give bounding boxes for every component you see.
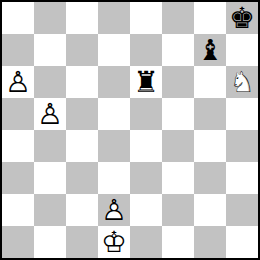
square-e8[interactable] <box>130 2 162 34</box>
square-b7[interactable] <box>34 34 66 66</box>
square-g3[interactable] <box>194 162 226 194</box>
piece-white-pawn-b5: ♙ <box>34 98 66 130</box>
square-e3[interactable] <box>130 162 162 194</box>
square-d7[interactable] <box>98 34 130 66</box>
square-d3[interactable] <box>98 162 130 194</box>
square-d6[interactable] <box>98 66 130 98</box>
square-g4[interactable] <box>194 130 226 162</box>
piece-white-pawn-a6: ♙ <box>2 66 34 98</box>
square-c7[interactable] <box>66 34 98 66</box>
chess-board: ♚♝♟♙♜♞♘♟♙♟♙♚♔ <box>0 0 260 260</box>
square-c2[interactable] <box>66 194 98 226</box>
square-b5[interactable]: ♟♙ <box>34 98 66 130</box>
piece-white-king-d1-fill: ♚ <box>98 226 130 258</box>
square-h4[interactable] <box>226 130 258 162</box>
square-a7[interactable] <box>2 34 34 66</box>
piece-black-rook-e6: ♜ <box>130 66 162 98</box>
square-c1[interactable] <box>66 226 98 258</box>
square-a5[interactable] <box>2 98 34 130</box>
square-e4[interactable] <box>130 130 162 162</box>
square-a6[interactable]: ♟♙ <box>2 66 34 98</box>
piece-white-pawn-a6-fill: ♟ <box>2 66 34 98</box>
square-d1[interactable]: ♚♔ <box>98 226 130 258</box>
square-g2[interactable] <box>194 194 226 226</box>
square-f8[interactable] <box>162 2 194 34</box>
piece-black-king-h8: ♚ <box>226 2 258 34</box>
square-c3[interactable] <box>66 162 98 194</box>
square-d4[interactable] <box>98 130 130 162</box>
piece-white-knight-h6: ♘ <box>226 66 258 98</box>
square-f4[interactable] <box>162 130 194 162</box>
square-b2[interactable] <box>34 194 66 226</box>
square-a1[interactable] <box>2 226 34 258</box>
square-d5[interactable] <box>98 98 130 130</box>
square-g7[interactable]: ♝ <box>194 34 226 66</box>
square-b8[interactable] <box>34 2 66 34</box>
square-f1[interactable] <box>162 226 194 258</box>
piece-white-knight-h6-fill: ♞ <box>226 66 258 98</box>
square-f7[interactable] <box>162 34 194 66</box>
square-b1[interactable] <box>34 226 66 258</box>
square-g1[interactable] <box>194 226 226 258</box>
square-a4[interactable] <box>2 130 34 162</box>
square-h1[interactable] <box>226 226 258 258</box>
square-g8[interactable] <box>194 2 226 34</box>
square-c6[interactable] <box>66 66 98 98</box>
square-h8[interactable]: ♚ <box>226 2 258 34</box>
square-h3[interactable] <box>226 162 258 194</box>
square-a2[interactable] <box>2 194 34 226</box>
square-c4[interactable] <box>66 130 98 162</box>
square-h5[interactable] <box>226 98 258 130</box>
square-e7[interactable] <box>130 34 162 66</box>
square-g5[interactable] <box>194 98 226 130</box>
piece-black-bishop-g7: ♝ <box>194 34 226 66</box>
board-grid: ♚♝♟♙♜♞♘♟♙♟♙♚♔ <box>2 2 258 258</box>
piece-white-king-d1: ♔ <box>98 226 130 258</box>
square-a8[interactable] <box>2 2 34 34</box>
square-g6[interactable] <box>194 66 226 98</box>
square-b4[interactable] <box>34 130 66 162</box>
square-b3[interactable] <box>34 162 66 194</box>
square-e1[interactable] <box>130 226 162 258</box>
square-d2[interactable]: ♟♙ <box>98 194 130 226</box>
square-c8[interactable] <box>66 2 98 34</box>
square-e2[interactable] <box>130 194 162 226</box>
square-h6[interactable]: ♞♘ <box>226 66 258 98</box>
square-f5[interactable] <box>162 98 194 130</box>
square-e6[interactable]: ♜ <box>130 66 162 98</box>
square-h2[interactable] <box>226 194 258 226</box>
square-b6[interactable] <box>34 66 66 98</box>
square-h7[interactable] <box>226 34 258 66</box>
piece-white-pawn-b5-fill: ♟ <box>34 98 66 130</box>
square-c5[interactable] <box>66 98 98 130</box>
piece-white-pawn-d2-fill: ♟ <box>98 194 130 226</box>
square-a3[interactable] <box>2 162 34 194</box>
square-f6[interactable] <box>162 66 194 98</box>
square-d8[interactable] <box>98 2 130 34</box>
square-f2[interactable] <box>162 194 194 226</box>
piece-white-pawn-d2: ♙ <box>98 194 130 226</box>
square-f3[interactable] <box>162 162 194 194</box>
square-e5[interactable] <box>130 98 162 130</box>
